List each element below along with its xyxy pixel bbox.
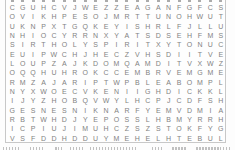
grid-cell-r15c21: L xyxy=(216,134,226,143)
grid-cell-r2c6: P xyxy=(59,12,69,21)
grid-cell-r2c11: M xyxy=(111,12,121,21)
grid-cell-r7c6: A xyxy=(59,59,69,68)
grid-cell-r15c8: D xyxy=(80,134,90,143)
grid-cell-r14c19: F xyxy=(195,124,205,133)
grid-cell-r3c4: P xyxy=(38,22,48,31)
grid-cell-r8c1: O xyxy=(7,68,17,77)
grid-cell-r10c17: I xyxy=(174,87,184,96)
grid-cell-r8c10: C xyxy=(101,68,111,77)
grid-cell-r11c7: B xyxy=(70,96,80,105)
grid-cell-r8c2: Q xyxy=(17,68,27,77)
grid-cell-r4c2: H xyxy=(17,31,27,40)
grid-cell-r4c6: Y xyxy=(59,31,69,40)
grid-cell-r12c16: M xyxy=(163,106,173,115)
grid-cell-r15c5: D xyxy=(49,134,59,143)
grid-cell-r3c19: L xyxy=(195,22,205,31)
grid-cell-r6c21: E xyxy=(216,50,226,59)
grid-cell-r2c17: O xyxy=(174,12,184,21)
clipped-letter-tip xyxy=(42,0,45,2)
clipped-letter-tip xyxy=(115,0,118,2)
grid-cell-r4c11: Y xyxy=(111,31,121,40)
grid-cell-r4c20: M xyxy=(205,31,215,40)
grid-cell-r1c11: Z xyxy=(111,3,121,12)
grid-cell-r9c14: L xyxy=(143,78,153,87)
grid-cell-r11c12: L xyxy=(122,96,132,105)
grid-cell-r13c18: Y xyxy=(184,115,194,124)
grid-cell-r7c4: P xyxy=(38,59,48,68)
grid-cell-r9c10: T xyxy=(101,78,111,87)
grid-cell-r7c17: T xyxy=(174,59,184,68)
grid-cell-r5c17: T xyxy=(174,40,184,49)
grid-cell-r13c6: D xyxy=(59,115,69,124)
grid-cell-r13c11: O xyxy=(111,115,121,124)
grid-cell-r12c19: M xyxy=(195,106,205,115)
grid-cell-r4c14: S xyxy=(143,31,153,40)
grid-cell-r9c5: J xyxy=(49,78,59,87)
grid-cell-r11c1: I xyxy=(7,96,17,105)
grid-cell-r2c4: K xyxy=(38,12,48,21)
grid-cell-r7c5: Z xyxy=(49,59,59,68)
grid-cell-r1c13: A xyxy=(132,3,142,12)
grid-cell-r14c1: I xyxy=(7,124,17,133)
grid-cell-r4c19: F xyxy=(195,31,205,40)
clipped-letter-tip xyxy=(52,0,55,2)
grid-cell-r5c13: I xyxy=(132,40,142,49)
grid-cell-r10c3: X xyxy=(28,87,38,96)
grid-cell-r15c14: E xyxy=(143,134,153,143)
grid-cell-r3c11: Y xyxy=(111,22,121,31)
grid-cell-r2c18: H xyxy=(184,12,194,21)
grid-cell-r3c15: R xyxy=(153,22,163,31)
grid-cell-r4c16: S xyxy=(163,31,173,40)
clipped-letter-tip xyxy=(209,0,212,2)
grid-cell-r10c21: L xyxy=(216,87,226,96)
grid-cell-r14c11: C xyxy=(111,124,121,133)
grid-cell-r12c15: E xyxy=(153,106,163,115)
grid-cell-r12c17: V xyxy=(174,106,184,115)
grid-cell-r8c21: E xyxy=(216,68,226,77)
grid-cell-r2c12: R xyxy=(122,12,132,21)
grid-cell-r1c21: S xyxy=(216,3,226,12)
grid-cell-r12c6: S xyxy=(59,106,69,115)
grid-cell-r2c19: W xyxy=(195,12,205,21)
grid-cell-r3c21: U xyxy=(216,22,226,31)
grid-cell-r7c3: U xyxy=(28,59,38,68)
grid-cell-r14c18: K xyxy=(184,124,194,133)
grid-cell-r13c12: S xyxy=(122,115,132,124)
grid-cell-r15c3: F xyxy=(28,134,38,143)
grid-cell-r1c1: C xyxy=(7,3,17,12)
grid-cell-r7c15: D xyxy=(153,59,163,68)
grid-cell-r14c8: M xyxy=(80,124,90,133)
grid-cell-r8c5: U xyxy=(49,68,59,77)
caption-fragment xyxy=(196,147,230,150)
grid-cell-r5c3: R xyxy=(28,40,38,49)
grid-cell-r15c19: B xyxy=(195,134,205,143)
grid-cell-r5c9: S xyxy=(90,40,100,49)
grid-cell-r6c10: E xyxy=(101,50,111,59)
clipped-letter-tip xyxy=(105,0,108,2)
grid-cell-r7c2: O xyxy=(17,59,27,68)
clipped-letter-tip xyxy=(157,0,160,2)
caption-fragment xyxy=(30,147,45,150)
grid-cell-r5c20: U xyxy=(205,40,215,49)
grid-cell-r15c13: H xyxy=(132,134,142,143)
grid-cell-r10c20: K xyxy=(205,87,215,96)
grid-cell-r5c14: T xyxy=(143,40,153,49)
grid-cell-r3c2: K xyxy=(17,22,27,31)
grid-cell-r6c13: V xyxy=(132,50,142,59)
caption-fragment xyxy=(172,147,186,150)
grid-cell-r11c20: S xyxy=(205,96,215,105)
grid-cell-r15c9: U xyxy=(90,134,100,143)
grid-cell-r3c1: U xyxy=(7,22,17,31)
grid-cell-r13c21: H xyxy=(216,115,226,124)
grid-cell-r14c6: J xyxy=(59,124,69,133)
grid-cell-r6c14: H xyxy=(143,50,153,59)
grid-cell-r15c16: H xyxy=(163,134,173,143)
grid-cell-r5c21: C xyxy=(216,40,226,49)
grid-cell-r1c7: J xyxy=(70,3,80,12)
grid-cell-r6c3: I xyxy=(28,50,38,59)
grid-cell-r15c12: E xyxy=(122,134,132,143)
grid-cell-r14c3: P xyxy=(28,124,38,133)
grid-cell-r1c20: C xyxy=(205,3,215,12)
grid-cell-r3c12: I xyxy=(122,22,132,31)
grid-cell-r10c9: K xyxy=(90,87,100,96)
grid-cell-r10c8: V xyxy=(80,87,90,96)
caption-fragment xyxy=(55,147,63,150)
grid-cell-r11c15: P xyxy=(153,96,163,105)
grid-cell-r7c20: W xyxy=(205,59,215,68)
clipped-letter-tip xyxy=(167,0,170,2)
grid-cell-r11c19: F xyxy=(195,96,205,105)
grid-cell-r1c19: F xyxy=(195,3,205,12)
grid-cell-r1c3: U xyxy=(28,3,38,12)
grid-cell-r13c16: B xyxy=(163,115,173,124)
grid-cell-r14c2: C xyxy=(17,124,27,133)
grid-cell-r10c2: Y xyxy=(17,87,27,96)
grid-cell-r4c5: C xyxy=(49,31,59,40)
clipped-letter-tip xyxy=(219,0,222,2)
grid-cell-r6c5: W xyxy=(49,50,59,59)
grid-cell-r9c20: P xyxy=(205,78,215,87)
grid-cell-r15c2: S xyxy=(17,134,27,143)
grid-cell-r2c5: H xyxy=(49,12,59,21)
grid-cell-r2c8: S xyxy=(80,12,90,21)
grid-cell-r14c12: Z xyxy=(122,124,132,133)
grid-cell-r2c3: I xyxy=(28,12,38,21)
grid-cell-r6c9: H xyxy=(90,50,100,59)
grid-cell-r13c3: T xyxy=(28,115,38,124)
grid-cell-r6c6: C xyxy=(59,50,69,59)
grid-cell-r4c10: X xyxy=(101,31,111,40)
grid-cell-r11c17: C xyxy=(174,96,184,105)
grid-cell-r9c13: B xyxy=(132,78,142,87)
grid-cell-r6c4: P xyxy=(38,50,48,59)
grid-cell-r8c17: E xyxy=(174,68,184,77)
grid-cell-r15c20: U xyxy=(205,134,215,143)
clipped-letter-tip xyxy=(73,0,76,2)
grid-cell-r9c8: I xyxy=(80,78,90,87)
grid-cell-r5c6: O xyxy=(59,40,69,49)
grid-cell-r14c21: G xyxy=(216,124,226,133)
grid-cell-r2c16: N xyxy=(163,12,173,21)
grid-cell-r8c12: E xyxy=(122,68,132,77)
grid-cell-r8c8: O xyxy=(80,68,90,77)
grid-cell-r13c1: R xyxy=(7,115,17,124)
grid-cell-r6c20: V xyxy=(205,50,215,59)
grid-cell-r14c14: Z xyxy=(143,124,153,133)
grid-cell-r2c2: V xyxy=(17,12,27,21)
grid-cell-r12c21: A xyxy=(216,106,226,115)
grid-cell-r7c9: D xyxy=(90,59,100,68)
grid-cell-r9c16: A xyxy=(163,78,173,87)
grid-cell-r1c14: G xyxy=(143,3,153,12)
grid-cell-r3c9: K xyxy=(90,22,100,31)
grid-cell-r1c16: N xyxy=(163,3,173,12)
grid-cell-r5c18: O xyxy=(184,40,194,49)
grid-cell-r4c17: E xyxy=(174,31,184,40)
grid-cell-r6c16: D xyxy=(163,50,173,59)
caption-fragment xyxy=(152,147,164,150)
grid-cell-r11c4: Z xyxy=(38,96,48,105)
grid-cell-r5c15: X xyxy=(153,40,163,49)
grid-cell-r5c2: I xyxy=(17,40,27,49)
grid-cell-r15c10: Y xyxy=(101,134,111,143)
clipped-letter-tip xyxy=(94,0,97,2)
grid-cell-r13c9: E xyxy=(90,115,100,124)
grid-cell-r12c10: N xyxy=(101,106,111,115)
grid-cell-r15c6: H xyxy=(59,134,69,143)
grid-cell-r4c21: S xyxy=(216,31,226,40)
clipped-letter-tip xyxy=(146,0,149,2)
grid-cell-r5c4: T xyxy=(38,40,48,49)
grid-cell-r2c10: J xyxy=(101,12,111,21)
grid-cell-r10c14: G xyxy=(143,87,153,96)
grid-cell-r1c2: G xyxy=(17,3,27,12)
grid-cell-r5c10: P xyxy=(101,40,111,49)
grid-cell-r13c20: R xyxy=(205,115,215,124)
grid-cell-r6c15: S xyxy=(153,50,163,59)
grid-cell-r15c11: M xyxy=(111,134,121,143)
grid-cell-r12c2: E xyxy=(17,106,27,115)
grid-cell-r3c7: G xyxy=(70,22,80,31)
grid-cell-r10c11: N xyxy=(111,87,121,96)
grid-cell-r6c2: U xyxy=(17,50,27,59)
grid-cell-r5c1: S xyxy=(7,40,17,49)
grid-cell-r3c6: T xyxy=(59,22,69,31)
grid-cell-r10c19: K xyxy=(195,87,205,96)
grid-cell-r12c3: S xyxy=(28,106,38,115)
grid-cell-r1c6: V xyxy=(59,3,69,12)
grid-cell-r4c8: R xyxy=(80,31,90,40)
caption-fragment xyxy=(70,147,85,150)
grid-cell-r7c13: A xyxy=(132,59,142,68)
grid-cell-r10c5: O xyxy=(49,87,59,96)
grid-cell-r3c16: L xyxy=(163,22,173,31)
grid-cell-r10c6: E xyxy=(59,87,69,96)
grid-cell-r8c3: Q xyxy=(28,68,38,77)
grid-cell-r15c7: D xyxy=(70,134,80,143)
grid-cell-r11c8: Q xyxy=(80,96,90,105)
grid-cell-r2c9: O xyxy=(90,12,100,21)
grid-cell-r2c13: T xyxy=(132,12,142,21)
grid-cell-r8c7: R xyxy=(70,68,80,77)
grid-cell-r5c11: I xyxy=(111,40,121,49)
grid-cell-r2c14: T xyxy=(143,12,153,21)
caption-fragment xyxy=(120,147,138,150)
grid-cell-r3c17: F xyxy=(174,22,184,31)
grid-cell-r14c13: S xyxy=(132,124,142,133)
grid-cell-r13c15: H xyxy=(153,115,163,124)
grid-cell-r15c1: V xyxy=(7,134,17,143)
grid-cell-r4c1: N xyxy=(7,31,17,40)
grid-cell-r12c13: F xyxy=(132,106,142,115)
grid-cell-r10c4: W xyxy=(38,87,48,96)
grid-cell-r11c13: H xyxy=(132,96,142,105)
grid-cell-r9c21: L xyxy=(216,78,226,87)
grid-cell-r13c19: R xyxy=(195,115,205,124)
grid-cell-r9c7: R xyxy=(70,78,80,87)
grid-cell-r1c15: A xyxy=(153,3,163,12)
grid-cell-r8c19: G xyxy=(195,68,205,77)
grid-cell-r9c6: A xyxy=(59,78,69,87)
grid-cell-r14c7: I xyxy=(70,124,80,133)
clipped-letter-tip xyxy=(136,0,139,2)
grid-cell-r14c4: I xyxy=(38,124,48,133)
grid-cell-r11c16: J xyxy=(163,96,173,105)
grid-cell-r2c21: T xyxy=(216,12,226,21)
grid-cell-r12c1: G xyxy=(7,106,17,115)
grid-cell-r10c1: N xyxy=(7,87,17,96)
grid-cell-r13c4: W xyxy=(38,115,48,124)
grid-cell-r5c16: Y xyxy=(163,40,173,49)
grid-cell-r6c7: H xyxy=(70,50,80,59)
grid-cell-r10c12: I xyxy=(122,87,132,96)
grid-cell-r9c19: M xyxy=(195,78,205,87)
grid-cell-r10c16: D xyxy=(163,87,173,96)
grid-cell-r11c14: C xyxy=(143,96,153,105)
grid-cell-r15c18: E xyxy=(184,134,194,143)
clipped-letter-tip xyxy=(84,0,87,2)
grid-cell-r1c9: E xyxy=(90,3,100,12)
grid-cell-r10c7: C xyxy=(70,87,80,96)
grid-cell-r14c20: Y xyxy=(205,124,215,133)
clipped-letter-tip xyxy=(32,0,35,2)
grid-cell-r12c7: N xyxy=(70,106,80,115)
grid-cell-r13c14: L xyxy=(143,115,153,124)
grid-cell-r12c8: I xyxy=(80,106,90,115)
grid-cell-r6c12: Z xyxy=(122,50,132,59)
grid-cell-r8c20: M xyxy=(205,68,215,77)
grid-cell-r11c18: D xyxy=(184,96,194,105)
grid-cell-r1c10: Z xyxy=(101,3,111,12)
grid-cell-r7c16: I xyxy=(163,59,173,68)
grid-cell-r2c20: U xyxy=(205,12,215,21)
grid-cell-r12c14: Y xyxy=(143,106,153,115)
grid-cell-r10c15: H xyxy=(153,87,163,96)
grid-cell-r13c5: H xyxy=(49,115,59,124)
clipped-letter-tip xyxy=(198,0,201,2)
clipped-letter-tip xyxy=(63,0,66,2)
grid-cell-r9c12: P xyxy=(122,78,132,87)
grid-cell-r6c18: I xyxy=(184,50,194,59)
grid-cell-r9c4: A xyxy=(38,78,48,87)
grid-cell-r8c6: H xyxy=(59,68,69,77)
grid-cell-r10c10: E xyxy=(101,87,111,96)
grid-cell-r4c13: T xyxy=(132,31,142,40)
grid-cell-r7c7: J xyxy=(70,59,80,68)
grid-cell-r9c11: W xyxy=(111,78,121,87)
grid-cell-r8c14: B xyxy=(143,68,153,77)
grid-cell-r1c18: G xyxy=(184,3,194,12)
grid-cell-r13c17: M xyxy=(174,115,184,124)
grid-cell-r3c18: J xyxy=(184,22,194,31)
grid-cell-r11c11: Y xyxy=(111,96,121,105)
grid-cell-r14c15: S xyxy=(153,124,163,133)
grid-cell-r12c4: N xyxy=(38,106,48,115)
clipped-letter-tip xyxy=(11,0,14,2)
grid-cell-r7c8: K xyxy=(80,59,90,68)
grid-cell-r15c4: D xyxy=(38,134,48,143)
grid-cell-r13c7: J xyxy=(70,115,80,124)
grid-cell-r9c9: P xyxy=(90,78,100,87)
grid-cell-r8c16: V xyxy=(163,68,173,77)
grid-cell-r4c4: O xyxy=(38,31,48,40)
grid-cell-r4c15: D xyxy=(153,31,163,40)
clipped-letter-tip xyxy=(21,0,24,2)
grid-cell-r8c4: H xyxy=(38,68,48,77)
grid-cell-r4c18: H xyxy=(184,31,194,40)
grid-cell-r12c9: K xyxy=(90,106,100,115)
grid-cell-r1c12: E xyxy=(122,3,132,12)
caption-fragment xyxy=(3,147,20,150)
grid-cell-r9c15: E xyxy=(153,78,163,87)
grid-cell-r4c9: N xyxy=(90,31,100,40)
grid-cell-r3c10: E xyxy=(101,22,111,31)
grid-cell-r4c12: A xyxy=(122,31,132,40)
grid-cell-r6c17: I xyxy=(174,50,184,59)
grid-cell-r1c8: W xyxy=(80,3,90,12)
grid-cell-r2c15: U xyxy=(153,12,163,21)
grid-cell-r7c1: L xyxy=(7,59,17,68)
grid-cell-r8c15: R xyxy=(153,68,163,77)
grid-cell-r14c5: U xyxy=(49,124,59,133)
grid-cell-r12c5: E xyxy=(49,106,59,115)
grid-cell-r5c8: Y xyxy=(80,40,90,49)
grid-cell-r7c12: Q xyxy=(122,59,132,68)
grid-cell-r4c7: R xyxy=(70,31,80,40)
grid-cell-r5c7: L xyxy=(70,40,80,49)
grid-cell-r7c21: Z xyxy=(216,59,226,68)
grid-cell-r11c9: V xyxy=(90,96,100,105)
grid-cell-r14c10: H xyxy=(101,124,111,133)
grid-cell-r5c12: R xyxy=(122,40,132,49)
grid-cell-r12c11: A xyxy=(111,106,121,115)
grid-cell-r7c19: X xyxy=(195,59,205,68)
grid-cell-r8c13: M xyxy=(132,68,142,77)
grid-cell-r12c20: I xyxy=(205,106,215,115)
grid-cell-r13c2: B xyxy=(17,115,27,124)
grid-cell-r4c3: I xyxy=(28,31,38,40)
clipped-top-letter-row xyxy=(7,0,226,2)
grid-cell-r5c19: N xyxy=(195,40,205,49)
grid-cell-r6c19: T xyxy=(195,50,205,59)
grid-cell-r7c11: M xyxy=(111,59,121,68)
grid-cell-r6c1: E xyxy=(7,50,17,59)
grid-cell-r5c5: H xyxy=(49,40,59,49)
